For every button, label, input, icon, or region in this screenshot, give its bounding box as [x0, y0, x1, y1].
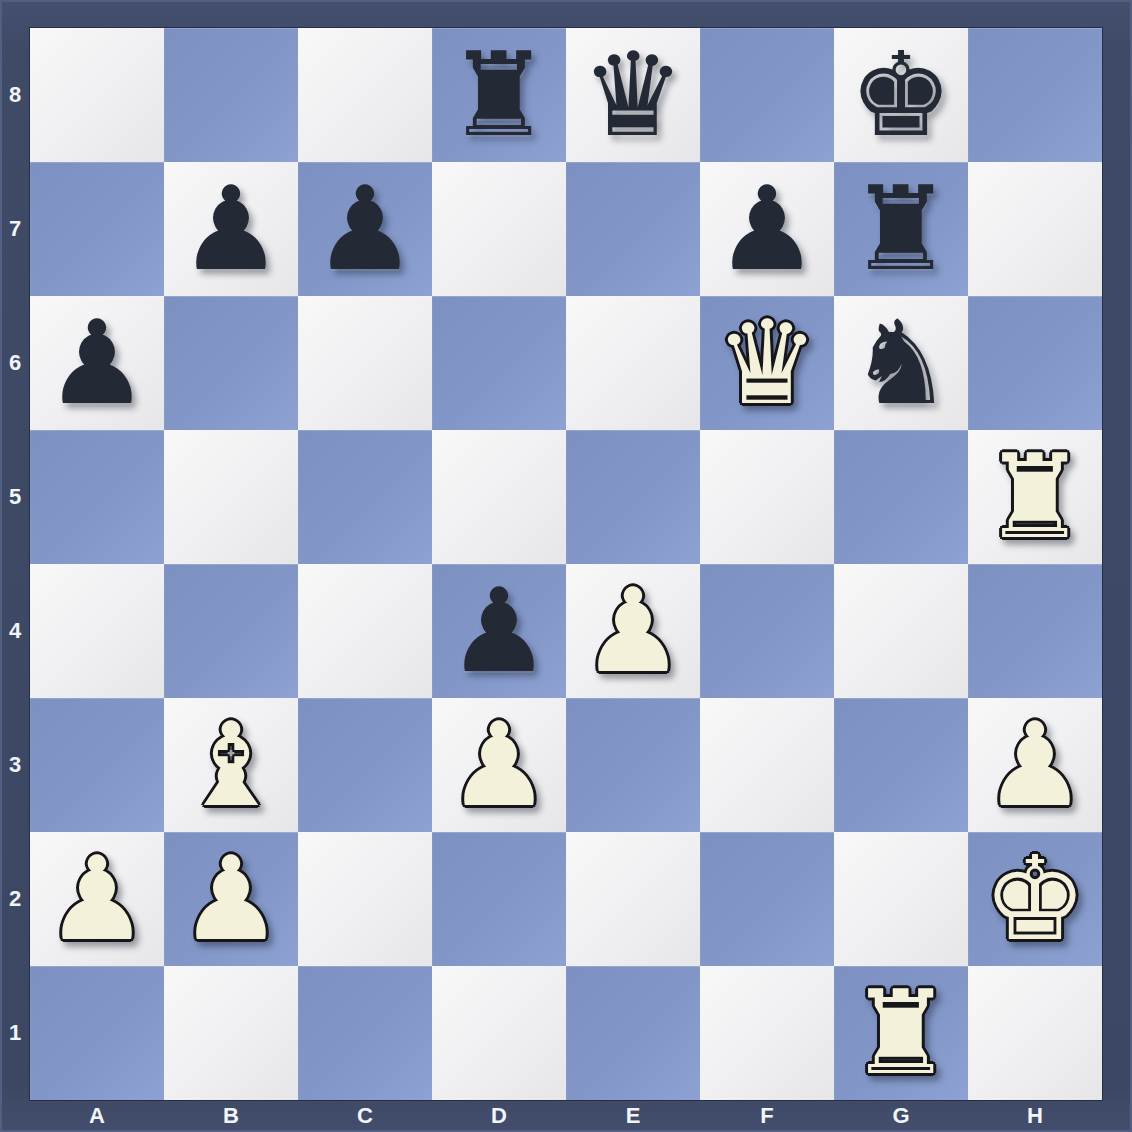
square-h7[interactable] [968, 162, 1102, 296]
black-knight[interactable]: ♞ [849, 305, 953, 421]
black-pawn[interactable]: ♟ [715, 171, 819, 287]
square-e6[interactable] [566, 296, 700, 430]
square-e3[interactable] [566, 698, 700, 832]
rank-labels: 87654321 [0, 28, 30, 1100]
file-label-a: A [30, 1100, 164, 1132]
rank-label-5: 5 [0, 430, 30, 564]
rank-label-6: 6 [0, 296, 30, 430]
square-g2[interactable] [834, 832, 968, 966]
black-king[interactable]: ♚ [849, 37, 953, 153]
white-rook[interactable]: ♜ [983, 439, 1087, 555]
rank-label-2: 2 [0, 832, 30, 966]
square-e5[interactable] [566, 430, 700, 564]
square-a1[interactable] [30, 966, 164, 1100]
white-pawn[interactable]: ♟ [983, 707, 1087, 823]
black-rook[interactable]: ♜ [447, 37, 551, 153]
black-pawn[interactable]: ♟ [447, 573, 551, 689]
black-pawn[interactable]: ♟ [179, 171, 283, 287]
square-a5[interactable] [30, 430, 164, 564]
rank-label-4: 4 [0, 564, 30, 698]
square-e2[interactable] [566, 832, 700, 966]
chess-board[interactable]: ♜♛♚♟♟♟♜♟♛♞♜♟♟♝♟♟♟♟♚♜ [30, 28, 1102, 1100]
square-h8[interactable] [968, 28, 1102, 162]
square-h1[interactable] [968, 966, 1102, 1100]
square-h6[interactable] [968, 296, 1102, 430]
square-b1[interactable] [164, 966, 298, 1100]
square-b8[interactable] [164, 28, 298, 162]
square-e1[interactable] [566, 966, 700, 1100]
square-b6[interactable] [164, 296, 298, 430]
white-rook[interactable]: ♜ [849, 975, 953, 1091]
rank-label-8: 8 [0, 28, 30, 162]
black-pawn[interactable]: ♟ [45, 305, 149, 421]
square-c4[interactable] [298, 564, 432, 698]
square-a3[interactable] [30, 698, 164, 832]
chess-board-frame: 87654321 ♜♛♚♟♟♟♜♟♛♞♜♟♟♝♟♟♟♟♚♜ ABCDEFGH [0, 0, 1132, 1132]
square-d6[interactable] [432, 296, 566, 430]
square-b3[interactable]: ♝ [164, 698, 298, 832]
square-b2[interactable]: ♟ [164, 832, 298, 966]
square-h4[interactable] [968, 564, 1102, 698]
square-c6[interactable] [298, 296, 432, 430]
square-d1[interactable] [432, 966, 566, 1100]
square-h3[interactable]: ♟ [968, 698, 1102, 832]
black-pawn[interactable]: ♟ [313, 171, 417, 287]
white-pawn[interactable]: ♟ [45, 841, 149, 957]
square-f5[interactable] [700, 430, 834, 564]
square-h2[interactable]: ♚ [968, 832, 1102, 966]
square-e8[interactable]: ♛ [566, 28, 700, 162]
square-f8[interactable] [700, 28, 834, 162]
square-d4[interactable]: ♟ [432, 564, 566, 698]
square-f7[interactable]: ♟ [700, 162, 834, 296]
black-queen[interactable]: ♛ [581, 37, 685, 153]
square-g8[interactable]: ♚ [834, 28, 968, 162]
file-labels: ABCDEFGH [30, 1100, 1102, 1132]
square-g5[interactable] [834, 430, 968, 564]
square-a8[interactable] [30, 28, 164, 162]
square-d2[interactable] [432, 832, 566, 966]
square-b5[interactable] [164, 430, 298, 564]
rank-label-7: 7 [0, 162, 30, 296]
file-label-f: F [700, 1100, 834, 1132]
square-c7[interactable]: ♟ [298, 162, 432, 296]
square-a4[interactable] [30, 564, 164, 698]
black-rook[interactable]: ♜ [849, 171, 953, 287]
square-d3[interactable]: ♟ [432, 698, 566, 832]
square-f2[interactable] [700, 832, 834, 966]
square-a7[interactable] [30, 162, 164, 296]
rank-label-1: 1 [0, 966, 30, 1100]
white-pawn[interactable]: ♟ [179, 841, 283, 957]
square-c3[interactable] [298, 698, 432, 832]
square-d5[interactable] [432, 430, 566, 564]
square-e4[interactable]: ♟ [566, 564, 700, 698]
file-label-g: G [834, 1100, 968, 1132]
square-f4[interactable] [700, 564, 834, 698]
square-a6[interactable]: ♟ [30, 296, 164, 430]
square-b7[interactable]: ♟ [164, 162, 298, 296]
square-g7[interactable]: ♜ [834, 162, 968, 296]
square-d8[interactable]: ♜ [432, 28, 566, 162]
square-g3[interactable] [834, 698, 968, 832]
white-king[interactable]: ♚ [983, 841, 1087, 957]
square-b4[interactable] [164, 564, 298, 698]
white-pawn[interactable]: ♟ [581, 573, 685, 689]
square-f1[interactable] [700, 966, 834, 1100]
square-g1[interactable]: ♜ [834, 966, 968, 1100]
square-f6[interactable]: ♛ [700, 296, 834, 430]
square-c5[interactable] [298, 430, 432, 564]
file-label-e: E [566, 1100, 700, 1132]
square-f3[interactable] [700, 698, 834, 832]
file-label-b: B [164, 1100, 298, 1132]
file-label-h: H [968, 1100, 1102, 1132]
square-c1[interactable] [298, 966, 432, 1100]
white-pawn[interactable]: ♟ [447, 707, 551, 823]
square-e7[interactable] [566, 162, 700, 296]
square-c8[interactable] [298, 28, 432, 162]
rank-label-3: 3 [0, 698, 30, 832]
square-d7[interactable] [432, 162, 566, 296]
square-h5[interactable]: ♜ [968, 430, 1102, 564]
white-bishop[interactable]: ♝ [179, 707, 283, 823]
square-g4[interactable] [834, 564, 968, 698]
square-a2[interactable]: ♟ [30, 832, 164, 966]
square-g6[interactable]: ♞ [834, 296, 968, 430]
file-label-c: C [298, 1100, 432, 1132]
file-label-d: D [432, 1100, 566, 1132]
white-queen[interactable]: ♛ [715, 305, 819, 421]
square-c2[interactable] [298, 832, 432, 966]
